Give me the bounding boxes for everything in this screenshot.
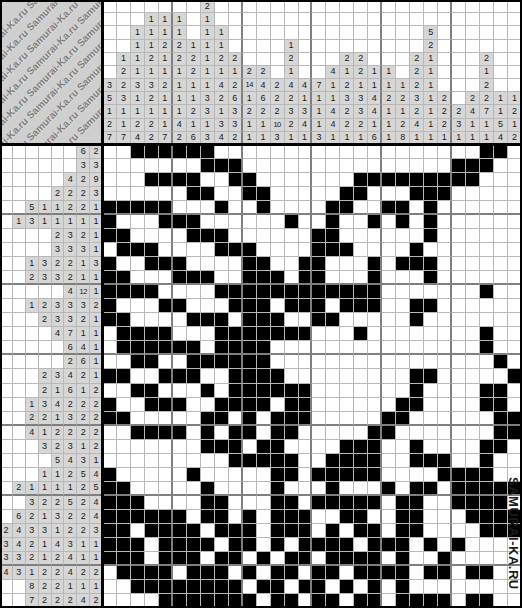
grid-cell[interactable]	[382, 496, 396, 510]
grid-cell[interactable]	[145, 285, 159, 299]
grid-cell[interactable]	[103, 187, 117, 201]
grid-cell[interactable]	[326, 215, 340, 229]
grid-cell[interactable]	[229, 426, 243, 440]
grid-cell[interactable]	[326, 327, 340, 341]
grid-cell[interactable]	[466, 201, 480, 215]
grid-cell[interactable]	[424, 454, 438, 468]
grid-cell[interactable]	[215, 468, 229, 482]
grid-cell[interactable]	[368, 482, 382, 496]
grid-cell[interactable]	[382, 482, 396, 496]
grid-cell[interactable]	[326, 580, 340, 594]
grid-cell[interactable]	[229, 341, 243, 355]
grid-cell[interactable]	[159, 510, 173, 524]
grid-cell[interactable]	[452, 566, 466, 580]
grid-cell[interactable]	[494, 159, 508, 173]
grid-cell[interactable]	[396, 384, 410, 398]
grid-cell[interactable]	[103, 566, 117, 580]
grid-cell[interactable]	[243, 257, 257, 271]
grid-cell[interactable]	[285, 229, 299, 243]
grid-cell[interactable]	[117, 552, 131, 566]
grid-cell[interactable]	[257, 243, 271, 257]
grid-cell[interactable]	[131, 426, 145, 440]
grid-cell[interactable]	[424, 341, 438, 355]
grid-cell[interactable]	[382, 355, 396, 369]
grid-cell[interactable]	[145, 454, 159, 468]
grid-cell[interactable]	[145, 524, 159, 538]
grid-cell[interactable]	[340, 159, 354, 173]
grid-cell[interactable]	[466, 299, 480, 313]
grid-cell[interactable]	[410, 384, 424, 398]
grid-cell[interactable]	[201, 482, 215, 496]
grid-cell[interactable]	[382, 187, 396, 201]
grid-cell[interactable]	[326, 187, 340, 201]
grid-cell[interactable]	[299, 552, 313, 566]
grid-cell[interactable]	[354, 538, 368, 552]
grid-cell[interactable]	[466, 580, 480, 594]
grid-cell[interactable]	[243, 187, 257, 201]
grid-cell[interactable]	[173, 398, 187, 412]
grid-cell[interactable]	[103, 313, 117, 327]
grid-cell[interactable]	[438, 201, 452, 215]
grid-cell[interactable]	[326, 257, 340, 271]
grid-cell[interactable]	[271, 510, 285, 524]
grid-cell[interactable]	[340, 524, 354, 538]
grid-cell[interactable]	[271, 426, 285, 440]
grid-cell[interactable]	[271, 580, 285, 594]
grid-cell[interactable]	[368, 412, 382, 426]
grid-cell[interactable]	[145, 327, 159, 341]
grid-cell[interactable]	[131, 398, 145, 412]
grid-cell[interactable]	[326, 538, 340, 552]
grid-cell[interactable]	[312, 341, 326, 355]
grid-cell[interactable]	[494, 412, 508, 426]
grid-cell[interactable]	[201, 510, 215, 524]
grid-cell[interactable]	[187, 398, 201, 412]
grid-cell[interactable]	[368, 215, 382, 229]
grid-cell[interactable]	[354, 580, 368, 594]
grid-cell[interactable]	[187, 524, 201, 538]
grid-cell[interactable]	[396, 580, 410, 594]
grid-cell[interactable]	[480, 299, 494, 313]
grid-cell[interactable]	[257, 285, 271, 299]
grid-cell[interactable]	[271, 398, 285, 412]
grid-cell[interactable]	[299, 187, 313, 201]
grid-cell[interactable]	[243, 327, 257, 341]
grid-cell[interactable]	[173, 412, 187, 426]
grid-cell[interactable]	[494, 313, 508, 327]
grid-cell[interactable]	[326, 566, 340, 580]
grid-cell[interactable]	[285, 454, 299, 468]
grid-cell[interactable]	[466, 215, 480, 229]
grid-cell[interactable]	[173, 341, 187, 355]
grid-cell[interactable]	[271, 538, 285, 552]
grid-cell[interactable]	[271, 412, 285, 426]
grid-cell[interactable]	[299, 173, 313, 187]
grid-cell[interactable]	[243, 313, 257, 327]
grid-cell[interactable]	[173, 285, 187, 299]
grid-cell[interactable]	[103, 538, 117, 552]
grid-cell[interactable]	[354, 412, 368, 426]
grid-cell[interactable]	[187, 552, 201, 566]
grid-cell[interactable]	[271, 145, 285, 159]
grid-cell[interactable]	[312, 566, 326, 580]
grid-cell[interactable]	[382, 454, 396, 468]
grid-cell[interactable]	[173, 201, 187, 215]
grid-cell[interactable]	[410, 173, 424, 187]
grid-cell[interactable]	[271, 384, 285, 398]
grid-cell[interactable]	[117, 566, 131, 580]
grid-cell[interactable]	[480, 538, 494, 552]
grid-cell[interactable]	[424, 159, 438, 173]
grid-cell[interactable]	[326, 454, 340, 468]
grid-cell[interactable]	[466, 426, 480, 440]
grid-cell[interactable]	[243, 285, 257, 299]
grid-cell[interactable]	[103, 285, 117, 299]
grid-cell[interactable]	[396, 257, 410, 271]
grid-cell[interactable]	[299, 341, 313, 355]
grid-cell[interactable]	[452, 299, 466, 313]
grid-cell[interactable]	[494, 215, 508, 229]
grid-cell[interactable]	[229, 468, 243, 482]
grid-cell[interactable]	[354, 215, 368, 229]
grid-cell[interactable]	[187, 426, 201, 440]
grid-cell[interactable]	[145, 201, 159, 215]
grid-cell[interactable]	[243, 566, 257, 580]
grid-cell[interactable]	[396, 271, 410, 285]
grid-cell[interactable]	[480, 369, 494, 383]
grid-cell[interactable]	[257, 299, 271, 313]
grid-cell[interactable]	[424, 369, 438, 383]
grid-cell[interactable]	[117, 580, 131, 594]
grid-cell[interactable]	[368, 243, 382, 257]
grid-cell[interactable]	[103, 271, 117, 285]
grid-cell[interactable]	[396, 355, 410, 369]
grid-cell[interactable]	[410, 440, 424, 454]
grid-cell[interactable]	[396, 229, 410, 243]
grid-cell[interactable]	[117, 468, 131, 482]
grid-cell[interactable]	[396, 327, 410, 341]
grid-cell[interactable]	[215, 257, 229, 271]
grid-cell[interactable]	[326, 468, 340, 482]
grid-cell[interactable]	[285, 566, 299, 580]
grid-cell[interactable]	[173, 384, 187, 398]
grid-cell[interactable]	[368, 145, 382, 159]
grid-cell[interactable]	[271, 552, 285, 566]
grid-cell[interactable]	[285, 215, 299, 229]
grid-cell[interactable]	[243, 510, 257, 524]
grid-cell[interactable]	[312, 384, 326, 398]
grid-cell[interactable]	[285, 440, 299, 454]
grid-cell[interactable]	[312, 468, 326, 482]
grid-cell[interactable]	[480, 215, 494, 229]
grid-cell[interactable]	[438, 285, 452, 299]
grid-cell[interactable]	[452, 398, 466, 412]
grid-cell[interactable]	[201, 271, 215, 285]
grid-cell[interactable]	[173, 426, 187, 440]
grid-cell[interactable]	[117, 187, 131, 201]
grid-cell[interactable]	[201, 369, 215, 383]
grid-cell[interactable]	[145, 468, 159, 482]
grid-cell[interactable]	[424, 313, 438, 327]
grid-cell[interactable]	[340, 229, 354, 243]
grid-cell[interactable]	[243, 384, 257, 398]
grid-cell[interactable]	[382, 173, 396, 187]
grid-cell[interactable]	[299, 201, 313, 215]
grid-cell[interactable]	[173, 313, 187, 327]
grid-cell[interactable]	[396, 510, 410, 524]
grid-cell[interactable]	[382, 468, 396, 482]
grid-cell[interactable]	[173, 580, 187, 594]
grid-cell[interactable]	[438, 468, 452, 482]
grid-cell[interactable]	[215, 580, 229, 594]
grid-cell[interactable]	[271, 285, 285, 299]
grid-cell[interactable]	[201, 538, 215, 552]
grid-cell[interactable]	[117, 173, 131, 187]
grid-cell[interactable]	[480, 552, 494, 566]
grid-cell[interactable]	[480, 271, 494, 285]
grid-cell[interactable]	[396, 243, 410, 257]
grid-cell[interactable]	[368, 173, 382, 187]
grid-cell[interactable]	[243, 271, 257, 285]
grid-cell[interactable]	[215, 145, 229, 159]
grid-cell[interactable]	[382, 201, 396, 215]
grid-cell[interactable]	[173, 257, 187, 271]
grid-cell[interactable]	[159, 341, 173, 355]
grid-cell[interactable]	[368, 426, 382, 440]
grid-cell[interactable]	[145, 369, 159, 383]
grid-cell[interactable]	[299, 468, 313, 482]
grid-cell[interactable]	[438, 496, 452, 510]
grid-cell[interactable]	[173, 369, 187, 383]
grid-cell[interactable]	[368, 580, 382, 594]
grid-cell[interactable]	[215, 426, 229, 440]
grid-cell[interactable]	[452, 243, 466, 257]
grid-cell[interactable]	[396, 454, 410, 468]
grid-cell[interactable]	[271, 468, 285, 482]
grid-cell[interactable]	[312, 187, 326, 201]
grid-cell[interactable]	[103, 229, 117, 243]
grid-cell[interactable]	[480, 285, 494, 299]
grid-cell[interactable]	[368, 159, 382, 173]
grid-cell[interactable]	[145, 173, 159, 187]
grid-cell[interactable]	[173, 187, 187, 201]
grid-cell[interactable]	[159, 257, 173, 271]
grid-cell[interactable]	[257, 552, 271, 566]
grid-cell[interactable]	[354, 482, 368, 496]
grid-cell[interactable]	[271, 369, 285, 383]
grid-cell[interactable]	[396, 412, 410, 426]
grid-cell[interactable]	[243, 145, 257, 159]
grid-cell[interactable]	[159, 482, 173, 496]
grid-cell[interactable]	[466, 496, 480, 510]
grid-cell[interactable]	[257, 327, 271, 341]
grid-cell[interactable]	[452, 313, 466, 327]
grid-cell[interactable]	[145, 355, 159, 369]
grid-cell[interactable]	[452, 285, 466, 299]
grid-cell[interactable]	[131, 313, 145, 327]
grid-cell[interactable]	[285, 313, 299, 327]
grid-cell[interactable]	[187, 313, 201, 327]
grid-cell[interactable]	[452, 271, 466, 285]
grid-cell[interactable]	[187, 412, 201, 426]
grid-cell[interactable]	[103, 412, 117, 426]
grid-cell[interactable]	[424, 215, 438, 229]
grid-cell[interactable]	[285, 384, 299, 398]
grid-cell[interactable]	[452, 229, 466, 243]
grid-cell[interactable]	[187, 145, 201, 159]
grid-cell[interactable]	[215, 341, 229, 355]
grid-cell[interactable]	[215, 313, 229, 327]
grid-cell[interactable]	[382, 243, 396, 257]
grid-cell[interactable]	[103, 482, 117, 496]
grid-cell[interactable]	[340, 566, 354, 580]
grid-cell[interactable]	[103, 468, 117, 482]
grid-cell[interactable]	[466, 145, 480, 159]
grid-cell[interactable]	[215, 299, 229, 313]
grid-cell[interactable]	[117, 355, 131, 369]
grid-cell[interactable]	[271, 187, 285, 201]
grid-cell[interactable]	[452, 412, 466, 426]
grid-cell[interactable]	[215, 538, 229, 552]
grid-cell[interactable]	[452, 510, 466, 524]
grid-cell[interactable]	[326, 398, 340, 412]
grid-cell[interactable]	[382, 327, 396, 341]
grid-cell[interactable]	[480, 159, 494, 173]
grid-cell[interactable]	[340, 496, 354, 510]
grid-cell[interactable]	[340, 384, 354, 398]
grid-cell[interactable]	[187, 538, 201, 552]
grid-cell[interactable]	[229, 285, 243, 299]
grid-cell[interactable]	[466, 187, 480, 201]
grid-cell[interactable]	[410, 369, 424, 383]
grid-cell[interactable]	[131, 201, 145, 215]
grid-cell[interactable]	[103, 510, 117, 524]
grid-cell[interactable]	[354, 426, 368, 440]
grid-cell[interactable]	[410, 482, 424, 496]
grid-cell[interactable]	[368, 468, 382, 482]
grid-cell[interactable]	[215, 524, 229, 538]
grid-cell[interactable]	[438, 327, 452, 341]
grid-cell[interactable]	[480, 243, 494, 257]
grid-cell[interactable]	[299, 145, 313, 159]
grid-cell[interactable]	[410, 524, 424, 538]
grid-cell[interactable]	[117, 341, 131, 355]
grid-cell[interactable]	[452, 580, 466, 594]
grid-cell[interactable]	[424, 201, 438, 215]
grid-cell[interactable]	[326, 412, 340, 426]
grid-cell[interactable]	[131, 159, 145, 173]
grid-cell[interactable]	[285, 327, 299, 341]
grid-cell[interactable]	[243, 243, 257, 257]
grid-cell[interactable]	[243, 580, 257, 594]
grid-cell[interactable]	[312, 552, 326, 566]
grid-cell[interactable]	[257, 229, 271, 243]
grid-cell[interactable]	[215, 566, 229, 580]
grid-cell[interactable]	[438, 299, 452, 313]
grid-cell[interactable]	[494, 243, 508, 257]
grid-cell[interactable]	[326, 482, 340, 496]
grid-cell[interactable]	[131, 580, 145, 594]
grid-cell[interactable]	[452, 369, 466, 383]
grid-cell[interactable]	[452, 355, 466, 369]
grid-cell[interactable]	[466, 538, 480, 552]
grid-cell[interactable]	[368, 566, 382, 580]
grid-cell[interactable]	[326, 285, 340, 299]
grid-cell[interactable]	[229, 580, 243, 594]
grid-cell[interactable]	[187, 159, 201, 173]
grid-cell[interactable]	[243, 299, 257, 313]
grid-cell[interactable]	[271, 173, 285, 187]
grid-cell[interactable]	[145, 299, 159, 313]
grid-cell[interactable]	[299, 440, 313, 454]
grid-cell[interactable]	[159, 566, 173, 580]
grid-cell[interactable]	[382, 552, 396, 566]
grid-cell[interactable]	[438, 159, 452, 173]
grid-cell[interactable]	[187, 468, 201, 482]
grid-cell[interactable]	[354, 145, 368, 159]
grid-cell[interactable]	[424, 229, 438, 243]
grid-cell[interactable]	[173, 327, 187, 341]
grid-cell[interactable]	[201, 327, 215, 341]
grid-cell[interactable]	[285, 271, 299, 285]
grid-cell[interactable]	[257, 341, 271, 355]
grid-cell[interactable]	[452, 145, 466, 159]
grid-cell[interactable]	[438, 369, 452, 383]
grid-cell[interactable]	[396, 285, 410, 299]
grid-cell[interactable]	[382, 313, 396, 327]
grid-cell[interactable]	[257, 496, 271, 510]
grid-cell[interactable]	[285, 159, 299, 173]
grid-cell[interactable]	[354, 355, 368, 369]
grid-cell[interactable]	[257, 398, 271, 412]
grid-cell[interactable]	[438, 243, 452, 257]
grid-cell[interactable]	[187, 440, 201, 454]
grid-cell[interactable]	[354, 327, 368, 341]
grid-cell[interactable]	[201, 496, 215, 510]
grid-cell[interactable]	[480, 524, 494, 538]
grid-cell[interactable]	[159, 355, 173, 369]
grid-cell[interactable]	[299, 454, 313, 468]
grid-cell[interactable]	[466, 173, 480, 187]
grid-cell[interactable]	[452, 454, 466, 468]
grid-cell[interactable]	[480, 468, 494, 482]
grid-cell[interactable]	[229, 369, 243, 383]
grid-cell[interactable]	[103, 243, 117, 257]
grid-cell[interactable]	[299, 496, 313, 510]
grid-cell[interactable]	[410, 566, 424, 580]
grid-cell[interactable]	[117, 145, 131, 159]
grid-cell[interactable]	[354, 552, 368, 566]
grid-cell[interactable]	[257, 468, 271, 482]
grid-cell[interactable]	[229, 145, 243, 159]
grid-cell[interactable]	[201, 552, 215, 566]
grid-cell[interactable]	[201, 566, 215, 580]
grid-cell[interactable]	[340, 412, 354, 426]
grid-cell[interactable]	[466, 229, 480, 243]
grid-cell[interactable]	[131, 299, 145, 313]
grid-cell[interactable]	[117, 510, 131, 524]
grid-cell[interactable]	[424, 496, 438, 510]
grid-cell[interactable]	[103, 440, 117, 454]
grid-cell[interactable]	[368, 285, 382, 299]
grid-cell[interactable]	[271, 496, 285, 510]
grid-cell[interactable]	[312, 454, 326, 468]
grid-cell[interactable]	[424, 552, 438, 566]
grid-cell[interactable]	[299, 384, 313, 398]
grid-cell[interactable]	[396, 440, 410, 454]
grid-cell[interactable]	[243, 355, 257, 369]
grid-cell[interactable]	[410, 299, 424, 313]
